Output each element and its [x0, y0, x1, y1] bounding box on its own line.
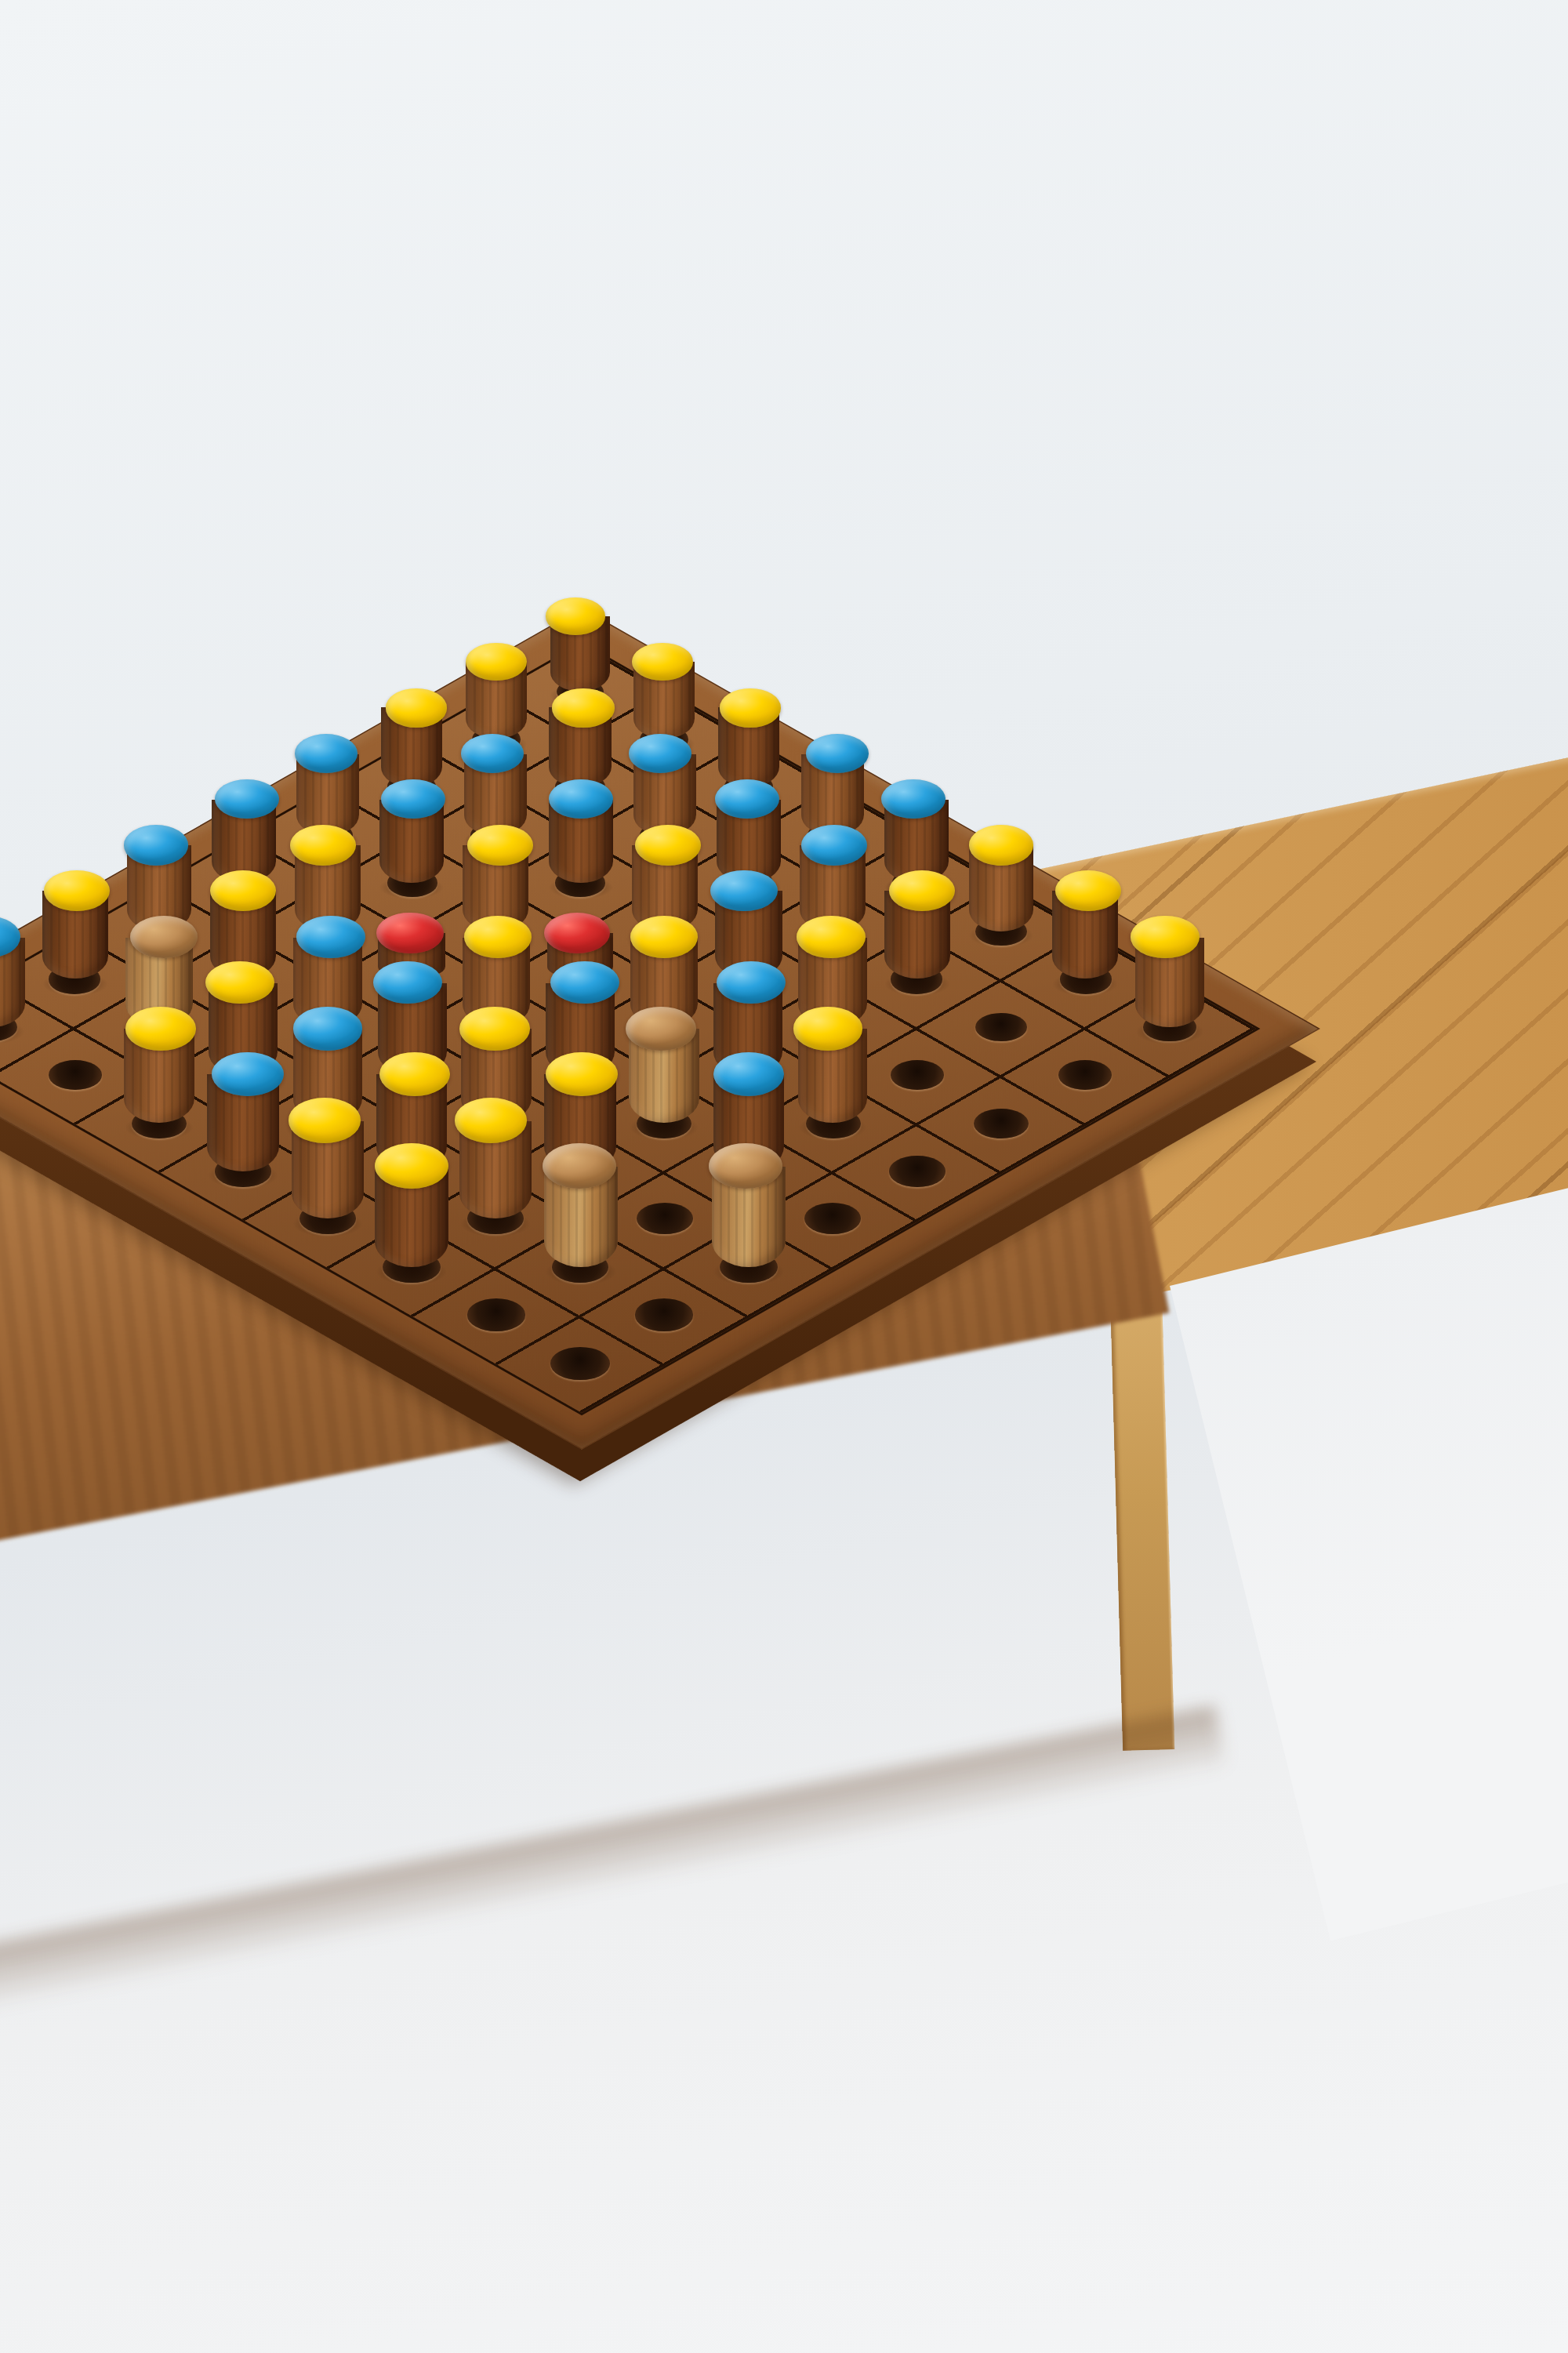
empty-hole[interactable]: [550, 1347, 609, 1379]
peg-yellow[interactable]: [968, 825, 1034, 866]
empty-hole[interactable]: [889, 1156, 945, 1186]
peg-blue[interactable]: [801, 825, 867, 866]
peg-yellow[interactable]: [468, 825, 534, 866]
peg-yellow[interactable]: [630, 916, 699, 958]
peg-blue[interactable]: [628, 734, 691, 773]
empty-hole[interactable]: [804, 1204, 861, 1235]
peg-yellow[interactable]: [289, 1098, 361, 1142]
peg-yellow[interactable]: [463, 916, 532, 958]
peg-blue[interactable]: [295, 734, 358, 773]
peg-yellow[interactable]: [546, 1052, 618, 1096]
peg-natural[interactable]: [626, 1007, 697, 1050]
empty-hole[interactable]: [466, 1299, 524, 1331]
peg-yellow[interactable]: [455, 1098, 528, 1142]
empty-hole[interactable]: [48, 1060, 102, 1090]
peg-blue[interactable]: [123, 825, 189, 866]
peg-yellow[interactable]: [546, 597, 605, 634]
peg-yellow[interactable]: [635, 825, 701, 866]
peg-yellow[interactable]: [290, 825, 356, 866]
empty-hole[interactable]: [890, 1060, 944, 1090]
peg-natural[interactable]: [130, 916, 198, 958]
peg-yellow[interactable]: [386, 688, 448, 727]
peg-blue[interactable]: [297, 916, 365, 958]
peg-yellow[interactable]: [719, 688, 781, 727]
peg-yellow[interactable]: [125, 1007, 196, 1050]
peg-layer: [0, 0, 1568, 2353]
empty-hole[interactable]: [636, 1204, 692, 1235]
empty-hole[interactable]: [635, 1299, 693, 1331]
scene-stage: [0, 0, 1568, 2353]
peg-yellow[interactable]: [797, 916, 866, 958]
peg-blue[interactable]: [806, 734, 869, 773]
empty-hole[interactable]: [975, 1012, 1028, 1041]
peg-blue[interactable]: [292, 1007, 363, 1050]
peg-yellow[interactable]: [793, 1007, 863, 1050]
peg-blue[interactable]: [710, 870, 777, 912]
peg-yellow[interactable]: [553, 688, 615, 727]
empty-hole[interactable]: [974, 1108, 1029, 1138]
photo-scene: [0, 0, 1568, 2353]
peg-yellow[interactable]: [459, 1007, 530, 1050]
empty-hole[interactable]: [1058, 1060, 1112, 1090]
peg-yellow[interactable]: [633, 643, 694, 681]
peg-yellow[interactable]: [466, 643, 527, 681]
peg-yellow[interactable]: [1131, 916, 1200, 958]
